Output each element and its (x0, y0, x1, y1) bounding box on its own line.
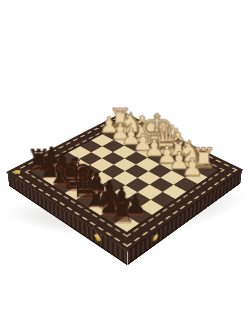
brass-clasp-icon (152, 232, 158, 243)
chess-box: ♜♞♝♚♛♝♞♜♟♟♟♟♟♟♟♟♟♟♟♟♟♟♟♟♜♞♝♚♛♝♞♜ (7, 113, 242, 251)
brass-hinge-icon (14, 170, 21, 174)
square-a2[interactable]: ♟ (184, 170, 208, 184)
scene-3d: ♜♞♝♚♛♝♞♜♟♟♟♟♟♟♟♟♟♟♟♟♟♟♟♟♜♞♝♚♛♝♞♜ (0, 0, 250, 311)
piece-white-pawn[interactable]: ♟ (177, 156, 208, 179)
black-rook-glyph: ♜ (105, 196, 139, 226)
chess-set-product-photo: ♜♞♝♚♛♝♞♜♟♟♟♟♟♟♟♟♟♟♟♟♟♟♟♟♜♞♝♚♛♝♞♜ (0, 0, 250, 311)
brass-ornament-icon (94, 233, 102, 242)
piece-black-rook[interactable]: ♜ (105, 196, 139, 226)
square-a8[interactable]: ♜ (114, 215, 140, 232)
white-pawn-glyph: ♟ (177, 156, 208, 179)
